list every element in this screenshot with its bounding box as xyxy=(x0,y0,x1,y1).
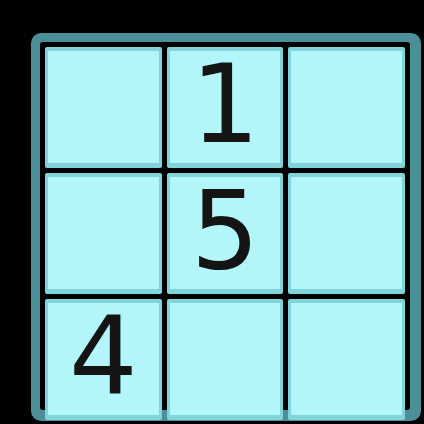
board-frame: 1 5 4 xyxy=(31,33,421,421)
cell-r0c2[interactable] xyxy=(288,47,405,168)
board-border: 1 5 4 xyxy=(40,42,410,410)
cell-r2c0-given-digit: 4 xyxy=(45,299,162,420)
cell-r0c0[interactable] xyxy=(45,47,162,168)
cell-r0c1-given-digit: 1 xyxy=(167,47,284,168)
cell-r1c0[interactable] xyxy=(45,173,162,294)
cell-r2c1[interactable] xyxy=(167,299,284,420)
cell-r2c2[interactable] xyxy=(288,299,405,420)
sudoku-grid: 1 5 4 xyxy=(45,47,405,405)
cell-r1c1-given-digit: 5 xyxy=(167,173,284,294)
cell-r1c2[interactable] xyxy=(288,173,405,294)
